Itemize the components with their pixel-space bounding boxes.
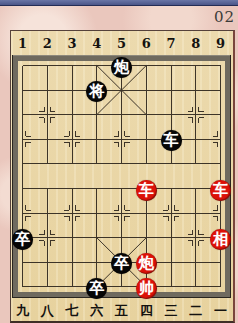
file-label-bottom: 八 [36,302,58,320]
file-label-top: 3 [61,36,83,51]
file-label-bottom: 三 [160,302,182,320]
piece-black-cannon[interactable]: 炮 [111,57,132,78]
piece-black-general[interactable]: 将 [86,81,107,102]
piece-black-soldier[interactable]: 卒 [111,253,132,274]
file-label-bottom: 九 [12,302,34,320]
file-label-top: 7 [160,36,182,51]
xiangqi-board[interactable]: 123456789 炮将车车车卒相卒炮卒帅 九八七六五四三二一 [10,30,235,323]
file-label-bottom: 五 [111,302,133,320]
file-label-top: 9 [210,36,232,51]
file-label-bottom: 一 [210,302,232,320]
piece-red-general[interactable]: 帅 [136,278,157,299]
file-label-bottom: 二 [185,302,207,320]
piece-red-chariot[interactable]: 车 [136,180,157,201]
window-title-bar [0,0,238,6]
piece-red-cannon[interactable]: 炮 [136,253,157,274]
piece-black-soldier[interactable]: 卒 [12,229,33,250]
file-label-top: 4 [86,36,108,51]
app-window: 02 123456789 炮将车车车卒相卒炮卒帅 九八七六五四三二一 [0,0,238,323]
file-label-top: 6 [135,36,157,51]
file-label-bottom: 四 [135,302,157,320]
piece-black-chariot[interactable]: 车 [161,130,182,151]
piece-red-elephant[interactable]: 相 [210,229,231,250]
puzzle-number: 02 [214,8,235,26]
file-label-top: 5 [111,36,133,51]
file-label-top: 1 [12,36,34,51]
piece-red-chariot[interactable]: 车 [210,180,231,201]
file-label-bottom: 七 [61,302,83,320]
file-label-top: 2 [36,36,58,51]
piece-black-soldier[interactable]: 卒 [86,278,107,299]
file-label-top: 8 [185,36,207,51]
file-label-bottom: 六 [86,302,108,320]
